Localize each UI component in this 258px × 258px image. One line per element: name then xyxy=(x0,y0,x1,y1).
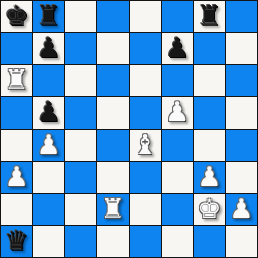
square-h8[interactable] xyxy=(226,1,257,32)
square-f4[interactable] xyxy=(162,130,193,161)
square-f7[interactable]: ♟ xyxy=(162,33,193,64)
chess-board-wrapper: ♚♜♜♟♟♜♟♟♟♝♟♟♜♚♟♛ xyxy=(0,0,258,258)
square-g3[interactable]: ♟ xyxy=(194,162,225,193)
square-e1[interactable] xyxy=(130,226,161,257)
square-b8[interactable]: ♜ xyxy=(33,1,64,32)
square-d3[interactable] xyxy=(97,162,128,193)
square-c2[interactable] xyxy=(65,194,96,225)
square-c7[interactable] xyxy=(65,33,96,64)
piece-black-rook: ♜ xyxy=(197,2,221,29)
square-e5[interactable] xyxy=(130,97,161,128)
square-c4[interactable] xyxy=(65,130,96,161)
square-h4[interactable] xyxy=(226,130,257,161)
piece-white-bishop: ♝ xyxy=(133,131,157,158)
square-a8[interactable]: ♚ xyxy=(1,1,32,32)
square-a1[interactable]: ♛ xyxy=(1,226,32,257)
piece-white-pawn: ♟ xyxy=(229,195,253,222)
square-f6[interactable] xyxy=(162,65,193,96)
square-c5[interactable] xyxy=(65,97,96,128)
square-b2[interactable] xyxy=(33,194,64,225)
piece-white-pawn: ♟ xyxy=(165,98,189,125)
square-d8[interactable] xyxy=(97,1,128,32)
piece-black-king: ♚ xyxy=(4,2,28,29)
piece-black-pawn: ♟ xyxy=(37,98,61,125)
square-f1[interactable] xyxy=(162,226,193,257)
square-g4[interactable] xyxy=(194,130,225,161)
chess-board: ♚♜♜♟♟♜♟♟♟♝♟♟♜♚♟♛ xyxy=(0,0,258,258)
square-e7[interactable] xyxy=(130,33,161,64)
square-a3[interactable]: ♟ xyxy=(1,162,32,193)
square-c8[interactable] xyxy=(65,1,96,32)
square-d4[interactable] xyxy=(97,130,128,161)
square-c1[interactable] xyxy=(65,226,96,257)
square-e8[interactable] xyxy=(130,1,161,32)
square-c6[interactable] xyxy=(65,65,96,96)
piece-white-pawn: ♟ xyxy=(4,163,28,190)
piece-white-rook: ♜ xyxy=(4,66,28,93)
piece-black-pawn: ♟ xyxy=(37,34,61,61)
square-g1[interactable] xyxy=(194,226,225,257)
piece-black-pawn: ♟ xyxy=(165,34,189,61)
square-h7[interactable] xyxy=(226,33,257,64)
square-f5[interactable]: ♟ xyxy=(162,97,193,128)
square-a5[interactable] xyxy=(1,97,32,128)
square-g5[interactable] xyxy=(194,97,225,128)
square-d6[interactable] xyxy=(97,65,128,96)
square-a6[interactable]: ♜ xyxy=(1,65,32,96)
piece-white-rook: ♜ xyxy=(101,195,125,222)
square-b6[interactable] xyxy=(33,65,64,96)
square-d2[interactable]: ♜ xyxy=(97,194,128,225)
piece-black-queen: ♛ xyxy=(4,227,28,254)
square-h6[interactable] xyxy=(226,65,257,96)
piece-black-rook: ♜ xyxy=(37,2,61,29)
square-d7[interactable] xyxy=(97,33,128,64)
square-f3[interactable] xyxy=(162,162,193,193)
square-b3[interactable] xyxy=(33,162,64,193)
square-a2[interactable] xyxy=(1,194,32,225)
square-a4[interactable] xyxy=(1,130,32,161)
square-d5[interactable] xyxy=(97,97,128,128)
square-e4[interactable]: ♝ xyxy=(130,130,161,161)
piece-white-pawn: ♟ xyxy=(37,131,61,158)
square-h3[interactable] xyxy=(226,162,257,193)
square-b5[interactable]: ♟ xyxy=(33,97,64,128)
square-g7[interactable] xyxy=(194,33,225,64)
square-e6[interactable] xyxy=(130,65,161,96)
square-f2[interactable] xyxy=(162,194,193,225)
square-h2[interactable]: ♟ xyxy=(226,194,257,225)
square-f8[interactable] xyxy=(162,1,193,32)
square-g8[interactable]: ♜ xyxy=(194,1,225,32)
square-g6[interactable] xyxy=(194,65,225,96)
square-h5[interactable] xyxy=(226,97,257,128)
square-e3[interactable] xyxy=(130,162,161,193)
square-e2[interactable] xyxy=(130,194,161,225)
square-d1[interactable] xyxy=(97,226,128,257)
square-b7[interactable]: ♟ xyxy=(33,33,64,64)
square-h1[interactable] xyxy=(226,226,257,257)
square-b4[interactable]: ♟ xyxy=(33,130,64,161)
square-b1[interactable] xyxy=(33,226,64,257)
square-a7[interactable] xyxy=(1,33,32,64)
square-g2[interactable]: ♚ xyxy=(194,194,225,225)
piece-white-king: ♚ xyxy=(197,195,221,222)
square-c3[interactable] xyxy=(65,162,96,193)
piece-white-pawn: ♟ xyxy=(197,163,221,190)
